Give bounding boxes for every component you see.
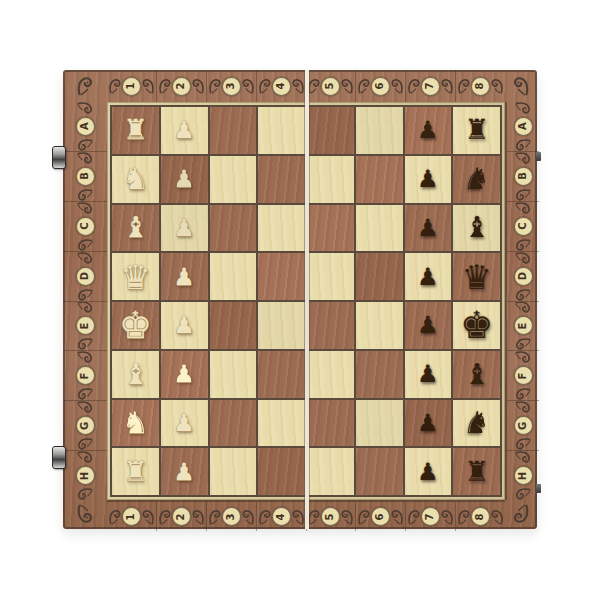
border-cell-file-e: E: [63, 302, 107, 352]
board-border-left: ABCDEFGH: [63, 102, 109, 500]
scroll-ornament-icon: [76, 504, 94, 526]
border-cell-file-b: B: [63, 152, 107, 202]
scroll-ornament-icon: [440, 508, 454, 526]
square-d1[interactable]: ♛: [112, 253, 159, 300]
rank-label-4: 4: [272, 507, 291, 526]
scroll-ornament-icon: [407, 508, 421, 526]
piece-black-rook[interactable]: ♜: [464, 116, 489, 144]
chess-board: 12345678 12345678 ABCDEFGH ABCDEFGH ♜♟♟♜…: [63, 70, 537, 529]
border-cell-rank-3: 3: [207, 70, 257, 102]
file-label-a: A: [76, 117, 95, 136]
square-b1[interactable]: ♞: [112, 156, 159, 203]
border-cell-rank-6: 6: [356, 502, 406, 531]
border-cell-rank-8: 8: [456, 502, 505, 531]
scroll-ornament-icon: [76, 387, 94, 401]
file-label-g: G: [514, 416, 533, 435]
piece-black-knight[interactable]: ♞: [463, 164, 490, 194]
scroll-ornament-icon: [512, 75, 530, 97]
border-cell-file-g: G: [63, 401, 107, 451]
piece-black-king[interactable]: ♚: [460, 307, 493, 344]
scroll-ornament-icon: [76, 401, 94, 414]
scroll-ornament-icon: [514, 451, 532, 464]
border-cell-rank-5: 5: [307, 502, 357, 531]
square-a6[interactable]: [356, 107, 403, 154]
piece-white-pawn[interactable]: ♟: [173, 313, 195, 337]
file-label-h: H: [76, 466, 95, 485]
square-e3[interactable]: [210, 302, 257, 349]
piece-black-bishop[interactable]: ♝: [464, 360, 490, 389]
piece-white-bishop[interactable]: ♝: [122, 213, 148, 242]
square-d5[interactable]: [307, 253, 354, 300]
square-a7[interactable]: ♟: [405, 107, 452, 154]
border-cell-file-f: F: [63, 351, 107, 401]
square-a5[interactable]: [307, 107, 354, 154]
square-f7[interactable]: ♟: [405, 351, 452, 398]
scroll-ornament-icon: [108, 77, 122, 95]
scroll-ornament-icon: [76, 75, 94, 97]
hinge-clasp-left-top: [52, 146, 66, 169]
scroll-ornament-icon: [291, 508, 305, 526]
scroll-ornament-icon: [76, 202, 94, 215]
border-cell-file-h: H: [63, 451, 107, 500]
piece-black-queen[interactable]: ♛: [461, 260, 491, 294]
scroll-ornament-icon: [340, 77, 354, 95]
piece-black-pawn[interactable]: ♟: [417, 362, 439, 386]
border-cell-rank-8: 8: [456, 70, 505, 102]
scroll-ornament-icon: [514, 102, 532, 115]
rank-label-1: 1: [122, 507, 141, 526]
border-cell-file-f: F: [507, 351, 539, 401]
border-cell-file-d: D: [507, 252, 539, 302]
border-cell-rank-4: 4: [257, 502, 307, 531]
square-g2[interactable]: ♟: [161, 400, 208, 447]
scroll-ornament-icon: [258, 508, 272, 526]
square-c3[interactable]: [210, 205, 257, 252]
scroll-ornament-icon: [457, 508, 471, 526]
scroll-ornament-icon: [307, 508, 321, 526]
scroll-ornament-icon: [141, 508, 155, 526]
square-a2[interactable]: ♟: [161, 107, 208, 154]
scroll-ornament-icon: [191, 77, 205, 95]
square-f6[interactable]: [356, 351, 403, 398]
corner-ornament-bottom-left: [63, 500, 107, 529]
piece-white-knight[interactable]: ♞: [122, 164, 149, 194]
square-c8[interactable]: ♝: [453, 205, 500, 252]
piece-black-pawn[interactable]: ♟: [417, 460, 439, 484]
piece-white-pawn[interactable]: ♟: [173, 118, 195, 142]
piece-black-pawn[interactable]: ♟: [417, 265, 439, 289]
scroll-ornament-icon: [514, 238, 532, 252]
square-e7[interactable]: ♟: [405, 302, 452, 349]
scroll-ornament-icon: [241, 508, 255, 526]
scroll-ornament-icon: [76, 138, 94, 152]
file-label-e: E: [76, 316, 95, 335]
piece-white-pawn[interactable]: ♟: [173, 460, 195, 484]
scroll-ornament-icon: [512, 504, 530, 526]
border-cell-rank-5: 5: [307, 70, 357, 102]
rank-label-5: 5: [321, 507, 340, 526]
scroll-ornament-icon: [76, 152, 94, 165]
scroll-ornament-icon: [258, 77, 272, 95]
piece-white-queen[interactable]: ♛: [120, 260, 150, 294]
scroll-ornament-icon: [390, 77, 404, 95]
piece-white-king[interactable]: ♚: [119, 307, 152, 344]
scroll-ornament-icon: [76, 302, 94, 315]
scroll-ornament-icon: [141, 77, 155, 95]
square-g5[interactable]: [307, 400, 354, 447]
file-label-c: C: [76, 217, 95, 236]
scroll-ornament-icon: [76, 288, 94, 302]
scroll-ornament-icon: [514, 152, 532, 165]
piece-white-rook[interactable]: ♜: [123, 116, 148, 144]
scroll-ornament-icon: [514, 202, 532, 215]
file-label-f: F: [514, 366, 533, 385]
scroll-ornament-icon: [76, 337, 94, 351]
square-e1[interactable]: ♚: [112, 302, 159, 349]
piece-black-bishop[interactable]: ♝: [464, 213, 490, 242]
file-label-c: C: [514, 217, 533, 236]
latch-pin-right-bottom: [536, 484, 541, 493]
rank-label-6: 6: [371, 77, 390, 96]
piece-black-pawn[interactable]: ♟: [417, 216, 439, 240]
border-cell-rank-6: 6: [356, 70, 406, 102]
corner-ornament-top-right: [505, 70, 537, 102]
rank-label-2: 2: [172, 77, 191, 96]
scroll-ornament-icon: [76, 437, 94, 451]
square-c7[interactable]: ♟: [405, 205, 452, 252]
square-g3[interactable]: [210, 400, 257, 447]
border-cell-file-b: B: [507, 152, 539, 202]
square-a8[interactable]: ♜: [453, 107, 500, 154]
rank-label-6: 6: [371, 507, 390, 526]
scroll-ornament-icon: [158, 77, 172, 95]
square-f5[interactable]: [307, 351, 354, 398]
border-cell-rank-4: 4: [257, 70, 307, 102]
border-cell-file-a: A: [63, 102, 107, 152]
file-label-g: G: [76, 416, 95, 435]
square-b2[interactable]: ♟: [161, 156, 208, 203]
square-b4[interactable]: [258, 156, 305, 203]
square-f8[interactable]: ♝: [453, 351, 500, 398]
hinge-clasp-left-bottom: [52, 446, 66, 469]
border-cell-file-e: E: [507, 302, 539, 352]
square-f3[interactable]: [210, 351, 257, 398]
square-h7[interactable]: ♟: [405, 448, 452, 495]
scroll-ornament-icon: [407, 77, 421, 95]
border-cell-file-g: G: [507, 401, 539, 451]
square-c1[interactable]: ♝: [112, 205, 159, 252]
scroll-ornament-icon: [208, 508, 222, 526]
rank-label-1: 1: [122, 77, 141, 96]
piece-white-rook[interactable]: ♜: [123, 458, 148, 486]
border-cell-rank-7: 7: [406, 70, 456, 102]
piece-white-pawn[interactable]: ♟: [173, 167, 195, 191]
border-cell-file-c: C: [63, 202, 107, 252]
square-b6[interactable]: [356, 156, 403, 203]
border-cell-rank-7: 7: [406, 502, 456, 531]
square-h2[interactable]: ♟: [161, 448, 208, 495]
piece-black-knight[interactable]: ♞: [463, 408, 490, 438]
scroll-ornament-icon: [357, 508, 371, 526]
scroll-ornament-icon: [76, 487, 94, 500]
border-cell-rank-2: 2: [157, 502, 207, 531]
square-f1[interactable]: ♝: [112, 351, 159, 398]
file-label-f: F: [76, 366, 95, 385]
square-a3[interactable]: [210, 107, 257, 154]
scroll-ornament-icon: [76, 451, 94, 464]
piece-black-pawn[interactable]: ♟: [417, 411, 439, 435]
square-h8[interactable]: ♜: [453, 448, 500, 495]
piece-white-pawn[interactable]: ♟: [173, 265, 195, 289]
scroll-ornament-icon: [76, 252, 94, 265]
square-d7[interactable]: ♟: [405, 253, 452, 300]
scroll-ornament-icon: [514, 351, 532, 364]
square-b3[interactable]: [210, 156, 257, 203]
scroll-ornament-icon: [514, 401, 532, 414]
scroll-ornament-icon: [514, 138, 532, 152]
square-h5[interactable]: [307, 448, 354, 495]
rank-label-3: 3: [222, 77, 241, 96]
scroll-ornament-icon: [340, 508, 354, 526]
scroll-ornament-icon: [76, 102, 94, 115]
scroll-ornament-icon: [490, 77, 504, 95]
square-e4[interactable]: [258, 302, 305, 349]
square-b5[interactable]: [307, 156, 354, 203]
photo-background: 12345678 12345678 ABCDEFGH ABCDEFGH ♜♟♟♜…: [0, 0, 600, 600]
rank-label-2: 2: [172, 507, 191, 526]
square-g6[interactable]: [356, 400, 403, 447]
scroll-ornament-icon: [457, 77, 471, 95]
square-d8[interactable]: ♛: [453, 253, 500, 300]
scroll-ornament-icon: [158, 508, 172, 526]
rank-label-8: 8: [471, 77, 490, 96]
scroll-ornament-icon: [440, 77, 454, 95]
square-h1[interactable]: ♜: [112, 448, 159, 495]
scroll-ornament-icon: [108, 508, 122, 526]
border-cell-file-d: D: [63, 252, 107, 302]
square-d4[interactable]: [258, 253, 305, 300]
scroll-ornament-icon: [514, 437, 532, 451]
square-d3[interactable]: [210, 253, 257, 300]
scroll-ornament-icon: [191, 508, 205, 526]
scroll-ornament-icon: [490, 508, 504, 526]
file-label-e: E: [514, 316, 533, 335]
rank-label-7: 7: [421, 507, 440, 526]
square-c5[interactable]: [307, 205, 354, 252]
piece-black-pawn[interactable]: ♟: [417, 313, 439, 337]
scroll-ornament-icon: [514, 252, 532, 265]
square-b8[interactable]: ♞: [453, 156, 500, 203]
square-g1[interactable]: ♞: [112, 400, 159, 447]
scroll-ornament-icon: [514, 288, 532, 302]
square-e6[interactable]: [356, 302, 403, 349]
border-cell-file-a: A: [507, 102, 539, 152]
file-label-b: B: [76, 167, 95, 186]
square-a4[interactable]: [258, 107, 305, 154]
piece-white-bishop[interactable]: ♝: [122, 360, 148, 389]
border-cell-file-c: C: [507, 202, 539, 252]
square-c2[interactable]: ♟: [161, 205, 208, 252]
rank-label-7: 7: [421, 77, 440, 96]
square-h3[interactable]: [210, 448, 257, 495]
board-border-right: ABCDEFGH: [505, 102, 539, 500]
scroll-ornament-icon: [514, 337, 532, 351]
scroll-ornament-icon: [307, 77, 321, 95]
scroll-ornament-icon: [241, 77, 255, 95]
square-c4[interactable]: [258, 205, 305, 252]
rank-label-4: 4: [272, 77, 291, 96]
border-cell-rank-1: 1: [107, 502, 157, 531]
scroll-ornament-icon: [76, 238, 94, 252]
rank-label-5: 5: [321, 77, 340, 96]
piece-black-rook[interactable]: ♜: [464, 458, 489, 486]
square-f2[interactable]: ♟: [161, 351, 208, 398]
file-label-d: D: [514, 267, 533, 286]
square-h4[interactable]: [258, 448, 305, 495]
file-label-b: B: [514, 167, 533, 186]
piece-white-pawn[interactable]: ♟: [173, 216, 195, 240]
square-g7[interactable]: ♟: [405, 400, 452, 447]
border-cell-rank-2: 2: [157, 70, 207, 102]
fold-seam: [305, 70, 309, 529]
piece-white-knight[interactable]: ♞: [122, 408, 149, 438]
piece-white-pawn[interactable]: ♟: [173, 362, 195, 386]
scroll-ornament-icon: [514, 487, 532, 500]
file-label-a: A: [514, 117, 533, 136]
file-label-h: H: [514, 466, 533, 485]
border-cell-rank-3: 3: [207, 502, 257, 531]
latch-pin-right-top: [536, 152, 541, 161]
square-d2[interactable]: ♟: [161, 253, 208, 300]
file-label-d: D: [76, 267, 95, 286]
corner-ornament-top-left: [63, 70, 107, 102]
square-e2[interactable]: ♟: [161, 302, 208, 349]
corner-ornament-bottom-right: [505, 500, 537, 529]
rank-label-8: 8: [471, 507, 490, 526]
piece-white-pawn[interactable]: ♟: [173, 411, 195, 435]
scroll-ornament-icon: [291, 77, 305, 95]
scroll-ornament-icon: [514, 302, 532, 315]
square-g8[interactable]: ♞: [453, 400, 500, 447]
square-e8[interactable]: ♚: [453, 302, 500, 349]
square-a1[interactable]: ♜: [112, 107, 159, 154]
scroll-ornament-icon: [357, 77, 371, 95]
piece-black-pawn[interactable]: ♟: [417, 167, 439, 191]
square-c6[interactable]: [356, 205, 403, 252]
scroll-ornament-icon: [76, 188, 94, 202]
border-cell-file-h: H: [507, 451, 539, 500]
square-b7[interactable]: ♟: [405, 156, 452, 203]
rank-label-3: 3: [222, 507, 241, 526]
scroll-ornament-icon: [76, 351, 94, 364]
border-cell-rank-1: 1: [107, 70, 157, 102]
square-d6[interactable]: [356, 253, 403, 300]
scroll-ornament-icon: [208, 77, 222, 95]
square-f4[interactable]: [258, 351, 305, 398]
scroll-ornament-icon: [514, 188, 532, 202]
square-g4[interactable]: [258, 400, 305, 447]
scroll-ornament-icon: [390, 508, 404, 526]
piece-black-pawn[interactable]: ♟: [417, 118, 439, 142]
square-e5[interactable]: [307, 302, 354, 349]
scroll-ornament-icon: [514, 387, 532, 401]
square-h6[interactable]: [356, 448, 403, 495]
